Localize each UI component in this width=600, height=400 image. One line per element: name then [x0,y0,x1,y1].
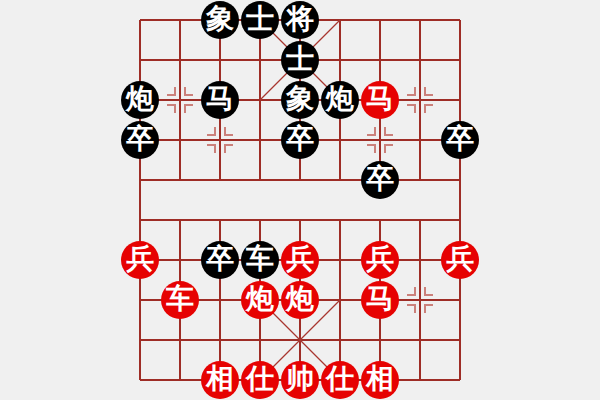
piece-layer: 象士将士炮马象炮马卒卒卒卒兵卒车兵兵兵车炮炮马相仕帅仕相 [120,0,480,400]
board-cell: 帅 [280,360,320,400]
piece-black-chariot[interactable]: 车 [241,241,279,279]
board-cell: 卒 [280,120,320,160]
board-cell: 炮 [280,280,320,320]
board-cell: 卒 [360,160,400,200]
piece-red-cannon[interactable]: 炮 [281,281,319,319]
board-cell: 相 [360,360,400,400]
piece-black-soldier[interactable]: 卒 [441,121,479,159]
board-cell: 兵 [360,240,400,280]
board-cell: 将 [280,0,320,40]
board-cell: 相 [200,360,240,400]
piece-red-advisor[interactable]: 仕 [241,361,279,399]
piece-red-elephant[interactable]: 相 [201,361,239,399]
board-cell: 兵 [280,240,320,280]
piece-red-soldier[interactable]: 兵 [441,241,479,279]
board-cell: 马 [360,280,400,320]
piece-red-horse[interactable]: 马 [361,81,399,119]
board-cell: 马 [360,80,400,120]
board-cell: 仕 [240,360,280,400]
piece-red-general[interactable]: 帅 [281,361,319,399]
piece-red-soldier[interactable]: 兵 [281,241,319,279]
piece-black-soldier[interactable]: 卒 [121,121,159,159]
piece-red-elephant[interactable]: 相 [361,361,399,399]
board-cell: 车 [240,240,280,280]
piece-black-soldier[interactable]: 卒 [201,241,239,279]
board-cell: 炮 [120,80,160,120]
piece-red-soldier[interactable]: 兵 [361,241,399,279]
board-cell: 兵 [440,240,480,280]
piece-red-chariot[interactable]: 车 [161,281,199,319]
piece-black-cannon[interactable]: 炮 [321,81,359,119]
piece-black-advisor[interactable]: 士 [241,1,279,39]
piece-red-cannon[interactable]: 炮 [241,281,279,319]
piece-black-horse[interactable]: 马 [201,81,239,119]
piece-black-general[interactable]: 将 [281,1,319,39]
board-cell: 卒 [200,240,240,280]
board-cell: 卒 [440,120,480,160]
board-cell: 象 [280,80,320,120]
piece-red-advisor[interactable]: 仕 [321,361,359,399]
board-cell: 士 [240,0,280,40]
piece-black-advisor[interactable]: 士 [281,41,319,79]
piece-black-soldier[interactable]: 卒 [361,161,399,199]
piece-red-horse[interactable]: 马 [361,281,399,319]
board-cell: 卒 [120,120,160,160]
board-cell: 兵 [120,240,160,280]
board-cell: 马 [200,80,240,120]
board-cell: 士 [280,40,320,80]
board-cell: 象 [200,0,240,40]
piece-black-elephant[interactable]: 象 [201,1,239,39]
piece-red-soldier[interactable]: 兵 [121,241,159,279]
board-cell: 车 [160,280,200,320]
board-cell: 炮 [240,280,280,320]
piece-black-soldier[interactable]: 卒 [281,121,319,159]
xiangqi-board[interactable]: 象士将士炮马象炮马卒卒卒卒兵卒车兵兵兵车炮炮马相仕帅仕相 [0,0,600,400]
board-cell: 仕 [320,360,360,400]
piece-black-cannon[interactable]: 炮 [121,81,159,119]
piece-black-elephant[interactable]: 象 [281,81,319,119]
board-cell: 炮 [320,80,360,120]
